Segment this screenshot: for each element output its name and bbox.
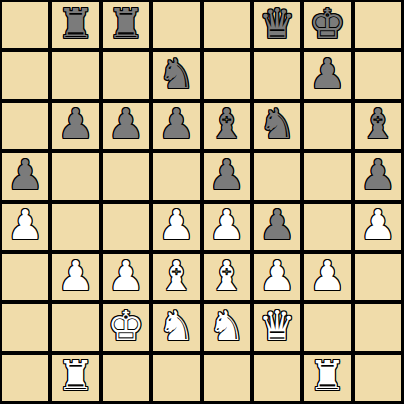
piece-white-pawn: ♟ [7,205,44,246]
piece-black-pawn: ♟ [208,155,245,196]
square-c5[interactable] [103,153,149,199]
piece-black-pawn: ♟ [158,104,195,145]
piece-black-pawn: ♟ [7,155,44,196]
square-g1[interactable]: ♜ [304,355,350,401]
square-g3[interactable]: ♟ [304,254,350,300]
square-g6[interactable] [304,103,350,149]
square-h8[interactable] [355,2,401,48]
square-b6[interactable]: ♟ [52,103,98,149]
square-f7[interactable] [254,52,300,98]
square-e7[interactable] [204,52,250,98]
square-f1[interactable] [254,355,300,401]
square-a4[interactable]: ♟ [2,204,48,250]
piece-black-bishop: ♝ [359,104,396,145]
square-f5[interactable] [254,153,300,199]
square-g8[interactable]: ♚ [304,2,350,48]
square-g7[interactable]: ♟ [304,52,350,98]
square-b8[interactable]: ♜ [52,2,98,48]
square-h2[interactable] [355,304,401,350]
square-b5[interactable] [52,153,98,199]
square-g2[interactable] [304,304,350,350]
square-b1[interactable]: ♜ [52,355,98,401]
piece-black-pawn: ♟ [108,104,145,145]
square-e8[interactable] [204,2,250,48]
piece-black-king: ♚ [309,4,346,45]
piece-black-queen: ♛ [259,4,296,45]
square-f8[interactable]: ♛ [254,2,300,48]
square-e2[interactable]: ♞ [204,304,250,350]
piece-white-pawn: ♟ [108,256,145,297]
square-a6[interactable] [2,103,48,149]
square-f4[interactable]: ♟ [254,204,300,250]
piece-white-pawn: ♟ [309,256,346,297]
piece-black-pawn: ♟ [259,205,296,246]
square-d1[interactable] [153,355,199,401]
square-a7[interactable] [2,52,48,98]
piece-white-pawn: ♟ [57,256,94,297]
square-d4[interactable]: ♟ [153,204,199,250]
piece-black-rook: ♜ [108,4,145,45]
square-b3[interactable]: ♟ [52,254,98,300]
square-e5[interactable]: ♟ [204,153,250,199]
square-d2[interactable]: ♞ [153,304,199,350]
piece-white-king: ♚ [108,306,145,347]
square-h7[interactable] [355,52,401,98]
square-a1[interactable] [2,355,48,401]
square-g5[interactable] [304,153,350,199]
square-d7[interactable]: ♞ [153,52,199,98]
piece-white-rook: ♜ [57,356,94,397]
square-g4[interactable] [304,204,350,250]
square-d3[interactable]: ♝ [153,254,199,300]
piece-black-knight: ♞ [158,54,195,95]
square-c4[interactable] [103,204,149,250]
square-h6[interactable]: ♝ [355,103,401,149]
square-d6[interactable]: ♟ [153,103,199,149]
piece-white-knight: ♞ [158,306,195,347]
piece-black-knight: ♞ [259,104,296,145]
square-e3[interactable]: ♝ [204,254,250,300]
piece-white-bishop: ♝ [158,256,195,297]
piece-white-rook: ♜ [309,356,346,397]
piece-white-bishop: ♝ [208,256,245,297]
square-a3[interactable] [2,254,48,300]
piece-white-pawn: ♟ [158,205,195,246]
square-b4[interactable] [52,204,98,250]
chess-board: ♜♜♛♚♞♟♟♟♟♝♞♝♟♟♟♟♟♟♟♟♟♟♝♝♟♟♚♞♞♛♜♜ [0,0,404,404]
square-e6[interactable]: ♝ [204,103,250,149]
piece-black-rook: ♜ [57,4,94,45]
square-c7[interactable] [103,52,149,98]
square-e4[interactable]: ♟ [204,204,250,250]
square-c2[interactable]: ♚ [103,304,149,350]
square-c1[interactable] [103,355,149,401]
piece-black-pawn: ♟ [309,54,346,95]
piece-black-bishop: ♝ [208,104,245,145]
square-a2[interactable] [2,304,48,350]
square-d8[interactable] [153,2,199,48]
piece-white-pawn: ♟ [208,205,245,246]
square-a5[interactable]: ♟ [2,153,48,199]
square-c8[interactable]: ♜ [103,2,149,48]
square-f2[interactable]: ♛ [254,304,300,350]
square-f6[interactable]: ♞ [254,103,300,149]
square-h5[interactable]: ♟ [355,153,401,199]
piece-white-pawn: ♟ [259,256,296,297]
piece-white-knight: ♞ [208,306,245,347]
square-h3[interactable] [355,254,401,300]
square-c3[interactable]: ♟ [103,254,149,300]
square-a8[interactable] [2,2,48,48]
piece-white-queen: ♛ [259,306,296,347]
square-f3[interactable]: ♟ [254,254,300,300]
square-h4[interactable]: ♟ [355,204,401,250]
square-e1[interactable] [204,355,250,401]
square-d5[interactable] [153,153,199,199]
square-b7[interactable] [52,52,98,98]
piece-white-pawn: ♟ [359,205,396,246]
square-c6[interactable]: ♟ [103,103,149,149]
piece-black-pawn: ♟ [57,104,94,145]
square-h1[interactable] [355,355,401,401]
square-b2[interactable] [52,304,98,350]
piece-black-pawn: ♟ [359,155,396,196]
